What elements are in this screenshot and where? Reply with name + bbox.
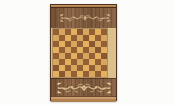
case-bottom-edge [51,96,116,102]
board-square [59,41,65,47]
wooden-case [50,4,117,101]
board-cream-border [51,28,116,78]
product-photo-backgammon-case [0,0,175,105]
board-square [83,65,89,71]
board-square [89,59,95,65]
board-square [59,71,65,77]
board-square [77,71,83,77]
walnut-panel-top [51,8,116,28]
marquetry-medallion-icon [57,82,111,94]
marquetry-scroll-icon [60,14,110,22]
board-square [101,53,107,59]
board-square [101,71,107,77]
board-square [53,47,59,53]
board-square [77,47,83,53]
board-square [95,29,101,35]
board-square [65,35,71,41]
board-square [65,59,71,65]
walnut-panel-bottom [51,78,116,96]
board-square [71,53,77,59]
checkerboard [53,29,107,77]
